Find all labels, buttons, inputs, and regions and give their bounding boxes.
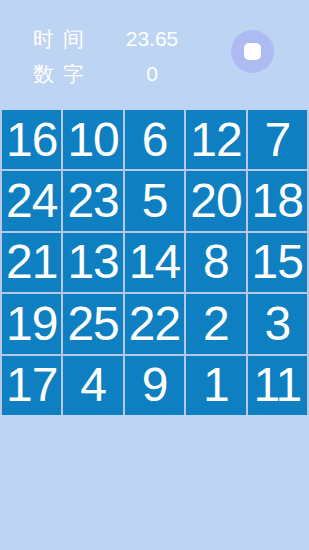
grid-cell-16[interactable]: 16 — [2, 110, 61, 169]
time-row: 时间 23.65 — [33, 27, 207, 51]
grid-cell-18[interactable]: 18 — [248, 171, 307, 230]
grid-cell-23[interactable]: 23 — [63, 171, 122, 230]
grid-cell-1[interactable]: 1 — [186, 356, 245, 415]
grid-cell-4[interactable]: 4 — [63, 356, 122, 415]
time-value: 23.65 — [97, 27, 207, 51]
grid-cell-25[interactable]: 25 — [63, 294, 122, 353]
grid-cell-11[interactable]: 11 — [248, 356, 307, 415]
grid-cell-24[interactable]: 24 — [2, 171, 61, 230]
stop-button[interactable] — [231, 30, 274, 73]
grid-cell-6[interactable]: 6 — [125, 110, 184, 169]
count-label: 数字 — [33, 62, 97, 86]
grid-cell-13[interactable]: 13 — [63, 233, 122, 292]
grid-cell-3[interactable]: 3 — [248, 294, 307, 353]
grid-cell-22[interactable]: 22 — [125, 294, 184, 353]
grid-cell-7[interactable]: 7 — [248, 110, 307, 169]
grid-cell-20[interactable]: 20 — [186, 171, 245, 230]
count-value: 0 — [97, 62, 207, 86]
grid-cell-5[interactable]: 5 — [125, 171, 184, 230]
schulte-grid: 1610612724235201821131481519252223174911… — [0, 110, 309, 415]
grid-cell-15[interactable]: 15 — [248, 233, 307, 292]
grid-cell-12[interactable]: 12 — [186, 110, 245, 169]
grid-cell-10[interactable]: 10 — [63, 110, 122, 169]
grid-cell-2[interactable]: 2 — [186, 294, 245, 353]
count-row: 数字 0 — [33, 62, 207, 86]
stop-square-icon — [244, 43, 261, 60]
grid-cell-19[interactable]: 19 — [2, 294, 61, 353]
grid-cell-8[interactable]: 8 — [186, 233, 245, 292]
grid-cell-9[interactable]: 9 — [125, 356, 184, 415]
grid-cell-21[interactable]: 21 — [2, 233, 61, 292]
grid-cell-17[interactable]: 17 — [2, 356, 61, 415]
grid-cell-14[interactable]: 14 — [125, 233, 184, 292]
app-screen: 时间 23.65 数字 0 16106127242352018211314815… — [0, 0, 309, 550]
time-label: 时间 — [33, 27, 97, 51]
